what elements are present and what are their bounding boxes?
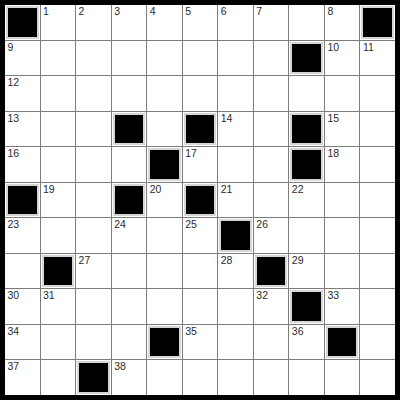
white-cell-r1c10[interactable]: 11	[360, 41, 395, 76]
clue-number: 29	[292, 254, 304, 267]
white-cell-r1c7[interactable]	[254, 41, 289, 76]
white-cell-r3c0[interactable]: 13	[5, 112, 40, 147]
block-cell-r6c6	[218, 218, 253, 253]
white-cell-r5c1[interactable]: 19	[41, 183, 76, 218]
white-cell-r10c9[interactable]	[325, 360, 360, 395]
white-cell-r1c9[interactable]: 10	[325, 41, 360, 76]
white-cell-r5c6[interactable]: 21	[218, 183, 253, 218]
clue-number: 38	[114, 360, 126, 373]
white-cell-r3c9[interactable]: 15	[325, 112, 360, 147]
white-cell-r3c2[interactable]	[76, 112, 111, 147]
white-cell-r7c0[interactable]	[5, 254, 40, 289]
white-cell-r2c9[interactable]	[325, 76, 360, 111]
block-square	[255, 255, 288, 288]
block-cell-r3c3	[112, 112, 147, 147]
clue-number: 4	[150, 5, 156, 18]
white-cell-r3c4[interactable]	[147, 112, 182, 147]
white-cell-r9c6[interactable]	[218, 325, 253, 360]
white-cell-r5c7[interactable]	[254, 183, 289, 218]
clue-number: 25	[185, 218, 197, 231]
block-cell-r1c8	[289, 41, 324, 76]
block-cell-r5c5	[183, 183, 218, 218]
clue-number: 37	[8, 360, 20, 373]
white-cell-r7c9[interactable]	[325, 254, 360, 289]
clue-number: 16	[8, 147, 20, 160]
white-cell-r9c5[interactable]: 35	[183, 325, 218, 360]
white-cell-r2c5[interactable]	[183, 76, 218, 111]
white-cell-r5c10[interactable]	[360, 183, 395, 218]
white-cell-r10c1[interactable]	[41, 360, 76, 395]
block-square	[113, 184, 146, 217]
block-square	[361, 6, 394, 39]
white-cell-r8c7[interactable]: 32	[254, 289, 289, 324]
white-cell-r8c1[interactable]: 31	[41, 289, 76, 324]
white-cell-r7c8[interactable]: 29	[289, 254, 324, 289]
white-cell-r10c5[interactable]	[183, 360, 218, 395]
white-cell-r6c3[interactable]: 24	[112, 218, 147, 253]
white-cell-r4c0[interactable]: 16	[5, 147, 40, 182]
white-cell-r6c1[interactable]	[41, 218, 76, 253]
clue-number: 3	[114, 5, 120, 18]
white-cell-r10c4[interactable]	[147, 360, 182, 395]
block-cell-r3c8	[289, 112, 324, 147]
white-cell-r4c9[interactable]: 18	[325, 147, 360, 182]
block-cell-r5c3	[112, 183, 147, 218]
white-cell-r5c8[interactable]: 22	[289, 183, 324, 218]
block-square	[148, 326, 181, 359]
block-square	[184, 184, 217, 217]
block-cell-r3c5	[183, 112, 218, 147]
white-cell-r3c1[interactable]	[41, 112, 76, 147]
clue-number: 17	[185, 147, 197, 160]
white-cell-r9c3[interactable]	[112, 325, 147, 360]
white-cell-r6c7[interactable]: 26	[254, 218, 289, 253]
white-cell-r8c0[interactable]: 30	[5, 289, 40, 324]
clue-number: 11	[363, 41, 374, 54]
white-cell-r6c2[interactable]	[76, 218, 111, 253]
clue-number: 10	[327, 41, 339, 54]
white-cell-r5c4[interactable]: 20	[147, 183, 182, 218]
white-cell-r9c7[interactable]	[254, 325, 289, 360]
block-square	[148, 148, 181, 181]
clue-number: 26	[256, 218, 268, 231]
white-cell-r1c5[interactable]	[183, 41, 218, 76]
clue-number: 20	[150, 183, 162, 196]
block-cell-r0c0	[5, 5, 40, 40]
white-cell-r2c10[interactable]	[360, 76, 395, 111]
white-cell-r5c9[interactable]	[325, 183, 360, 218]
clue-number: 27	[79, 254, 91, 267]
clue-number: 28	[221, 254, 233, 267]
white-cell-r10c3[interactable]: 38	[112, 360, 147, 395]
clue-number: 8	[327, 5, 333, 18]
white-cell-r8c6[interactable]	[218, 289, 253, 324]
block-square	[6, 184, 39, 217]
white-cell-r9c10[interactable]	[360, 325, 395, 360]
white-cell-r9c2[interactable]	[76, 325, 111, 360]
block-cell-r7c1	[41, 254, 76, 289]
block-cell-r8c8	[289, 289, 324, 324]
clue-number: 32	[256, 289, 268, 302]
white-cell-r10c6[interactable]	[218, 360, 253, 395]
white-cell-r10c10[interactable]	[360, 360, 395, 395]
block-square	[290, 290, 323, 323]
block-cell-r7c7	[254, 254, 289, 289]
white-cell-r3c10[interactable]	[360, 112, 395, 147]
white-cell-r7c5[interactable]	[183, 254, 218, 289]
clue-number: 31	[43, 289, 55, 302]
white-cell-r10c0[interactable]: 37	[5, 360, 40, 395]
white-cell-r8c3[interactable]	[112, 289, 147, 324]
white-cell-r4c7[interactable]	[254, 147, 289, 182]
white-cell-r9c0[interactable]: 34	[5, 325, 40, 360]
white-cell-r3c6[interactable]: 14	[218, 112, 253, 147]
white-cell-r1c3[interactable]	[112, 41, 147, 76]
white-cell-r7c6[interactable]: 28	[218, 254, 253, 289]
white-cell-r1c1[interactable]	[41, 41, 76, 76]
clue-number: 12	[8, 76, 20, 89]
block-cell-r0c10	[360, 5, 395, 40]
crossword-grid: 1234567891011121314151617181920212223242…	[0, 0, 400, 400]
white-cell-r0c7[interactable]: 7	[254, 5, 289, 40]
white-cell-r8c10[interactable]	[360, 289, 395, 324]
block-cell-r9c9	[325, 325, 360, 360]
clue-number: 1	[43, 5, 49, 18]
white-cell-r6c4[interactable]	[147, 218, 182, 253]
white-cell-r4c10[interactable]	[360, 147, 395, 182]
white-cell-r0c1[interactable]: 1	[41, 5, 76, 40]
clue-number: 14	[221, 112, 233, 125]
block-square	[113, 113, 146, 146]
block-cell-r10c2	[76, 360, 111, 395]
clue-number: 35	[185, 325, 197, 338]
white-cell-r6c10[interactable]	[360, 218, 395, 253]
block-square	[77, 361, 110, 394]
white-cell-r10c7[interactable]	[254, 360, 289, 395]
white-cell-r4c5[interactable]: 17	[183, 147, 218, 182]
white-cell-r1c2[interactable]	[76, 41, 111, 76]
block-square	[184, 113, 217, 146]
white-cell-r4c3[interactable]	[112, 147, 147, 182]
clue-number: 15	[327, 112, 339, 125]
block-cell-r9c4	[147, 325, 182, 360]
white-cell-r8c2[interactable]	[76, 289, 111, 324]
clue-number: 36	[292, 325, 304, 338]
clue-number: 19	[43, 183, 55, 196]
clue-number: 21	[221, 183, 233, 196]
block-cell-r5c0	[5, 183, 40, 218]
white-cell-r7c10[interactable]	[360, 254, 395, 289]
block-square	[42, 255, 75, 288]
white-cell-r8c4[interactable]	[147, 289, 182, 324]
white-cell-r1c4[interactable]	[147, 41, 182, 76]
white-cell-r2c1[interactable]	[41, 76, 76, 111]
white-cell-r0c8[interactable]	[289, 5, 324, 40]
clue-number: 7	[256, 5, 262, 18]
white-cell-r2c0[interactable]: 12	[5, 76, 40, 111]
white-cell-r0c2[interactable]: 2	[76, 5, 111, 40]
clue-number: 18	[327, 147, 339, 160]
clue-number: 33	[327, 289, 339, 302]
white-cell-r5c2[interactable]	[76, 183, 111, 218]
white-cell-r0c3[interactable]: 3	[112, 5, 147, 40]
white-cell-r6c9[interactable]	[325, 218, 360, 253]
white-cell-r2c2[interactable]	[76, 76, 111, 111]
white-cell-r9c8[interactable]: 36	[289, 325, 324, 360]
white-cell-r2c4[interactable]	[147, 76, 182, 111]
white-cell-r4c1[interactable]	[41, 147, 76, 182]
white-cell-r6c5[interactable]: 25	[183, 218, 218, 253]
clue-number: 9	[8, 41, 14, 54]
clue-number: 34	[8, 325, 20, 338]
clue-number: 6	[221, 5, 227, 18]
white-cell-r2c8[interactable]	[289, 76, 324, 111]
white-cell-r2c3[interactable]	[112, 76, 147, 111]
block-square	[290, 42, 323, 75]
white-cell-r4c6[interactable]	[218, 147, 253, 182]
white-cell-r3c7[interactable]	[254, 112, 289, 147]
white-cell-r8c9[interactable]: 33	[325, 289, 360, 324]
clue-number: 24	[114, 218, 126, 231]
white-cell-r2c6[interactable]	[218, 76, 253, 111]
clue-number: 2	[79, 5, 85, 18]
white-cell-r0c5[interactable]: 5	[183, 5, 218, 40]
white-cell-r7c3[interactable]	[112, 254, 147, 289]
block-square	[290, 113, 323, 146]
white-cell-r0c6[interactable]: 6	[218, 5, 253, 40]
clue-number: 22	[292, 183, 304, 196]
block-cell-r4c8	[289, 147, 324, 182]
white-cell-r4c2[interactable]	[76, 147, 111, 182]
block-square	[326, 326, 359, 359]
white-cell-r0c9[interactable]: 8	[325, 5, 360, 40]
block-square	[6, 6, 39, 39]
white-cell-r9c1[interactable]	[41, 325, 76, 360]
block-square	[290, 148, 323, 181]
white-cell-r8c5[interactable]	[183, 289, 218, 324]
white-cell-r7c2[interactable]: 27	[76, 254, 111, 289]
clue-number: 5	[185, 5, 191, 18]
white-cell-r6c8[interactable]	[289, 218, 324, 253]
clue-number: 30	[8, 289, 20, 302]
block-cell-r4c4	[147, 147, 182, 182]
white-cell-r0c4[interactable]: 4	[147, 5, 182, 40]
clue-number: 13	[8, 112, 20, 125]
white-cell-r1c0[interactable]: 9	[5, 41, 40, 76]
white-cell-r2c7[interactable]	[254, 76, 289, 111]
white-cell-r7c4[interactable]	[147, 254, 182, 289]
white-cell-r10c8[interactable]	[289, 360, 324, 395]
white-cell-r1c6[interactable]	[218, 41, 253, 76]
block-square	[219, 219, 252, 252]
clue-number: 23	[8, 218, 20, 231]
white-cell-r6c0[interactable]: 23	[5, 218, 40, 253]
